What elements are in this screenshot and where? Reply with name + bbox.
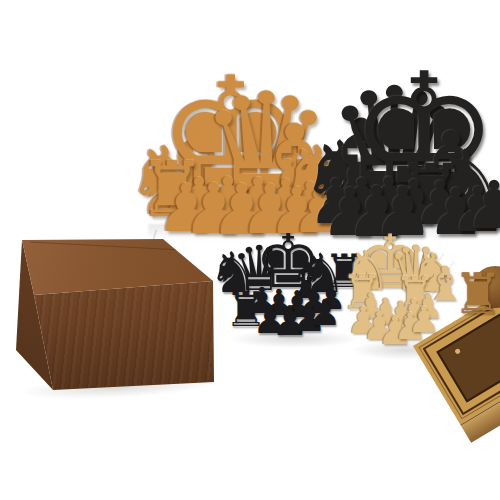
ebonised-large-king: ♚ bbox=[349, 51, 500, 219]
ebonised-large-bishop: ♝ bbox=[307, 104, 415, 224]
boxwood-large-knight: ♞ bbox=[276, 133, 364, 231]
ebonised-large-knight: ♞ bbox=[424, 137, 500, 235]
black-small-pawn: ♟ bbox=[280, 286, 313, 323]
ebonised-large-knight: ♞ bbox=[297, 128, 388, 230]
black-small-pawn: ♟ bbox=[298, 283, 330, 319]
boxwood-small-pawn: ♟ bbox=[362, 307, 396, 345]
boxwood-large-rook: ♜ bbox=[138, 152, 206, 228]
ebonised-large-rook: ♜ bbox=[395, 154, 467, 234]
ebonised-large-bishop: ♝ bbox=[401, 117, 500, 229]
photo-canvas: ♞♝♚♛♝♞♜♟♟♟♟♟♟♟♟♟♟♟ ♞♝♛♚♝♞♜♟♟♟♟♟♟♟♟♟♟♟ ♞♛… bbox=[0, 0, 500, 500]
boxwood-large-king: ♚ bbox=[157, 56, 305, 221]
boxwood-small-pawn: ♟ bbox=[346, 302, 379, 339]
board-inlay-dot bbox=[454, 348, 461, 355]
black-small-pawn: ♟ bbox=[316, 280, 346, 314]
black-small-pawn: ♟ bbox=[309, 295, 341, 331]
acrylic-sheet-edge bbox=[407, 254, 455, 317]
boxwood-large-pawn: ♟ bbox=[259, 171, 313, 231]
black-small-rook: ♜ bbox=[323, 248, 364, 294]
ebonised-large-queen: ♛ bbox=[325, 67, 464, 222]
boxwood-large-bishop: ♝ bbox=[144, 111, 247, 226]
black-small-queen: ♛ bbox=[231, 238, 287, 300]
boxwood-small-pawn: ♟ bbox=[370, 294, 402, 330]
boxwood-large-queen: ♛ bbox=[199, 73, 333, 223]
boxwood-small-rook: ♜ bbox=[341, 269, 383, 316]
boxwood-large-knight: ♞ bbox=[124, 134, 209, 229]
boxwood-large-pawn: ♟ bbox=[285, 175, 335, 231]
black-small-pawn: ♟ bbox=[263, 285, 295, 321]
boxwood-large-pawn: ♟ bbox=[230, 170, 286, 232]
boxwood-large-bishop: ♝ bbox=[242, 109, 348, 227]
wooden-piece-base bbox=[473, 266, 500, 308]
black-small-pawn: ♟ bbox=[246, 283, 278, 319]
wooden-chess-box bbox=[12, 232, 218, 394]
black-small-rook: ♜ bbox=[224, 285, 267, 333]
boxwood-small-pawn: ♟ bbox=[355, 289, 386, 324]
boxwood-small-knight: ♞ bbox=[343, 244, 391, 297]
black-small-group-shadow bbox=[228, 330, 360, 348]
black-small-knight: ♞ bbox=[298, 247, 346, 301]
black-small-bishop: ♝ bbox=[284, 256, 329, 306]
boxwood-large-pawn: ♟ bbox=[171, 170, 227, 232]
